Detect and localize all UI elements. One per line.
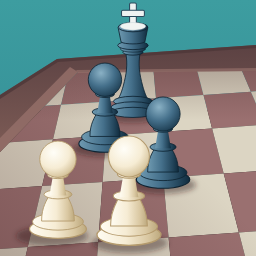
chess-app-icon bbox=[0, 0, 256, 256]
chess-scene bbox=[0, 0, 256, 256]
